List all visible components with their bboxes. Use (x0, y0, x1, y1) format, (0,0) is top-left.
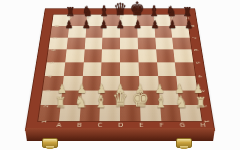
brass-clasp-left (42, 138, 58, 148)
square-d6[interactable] (102, 37, 120, 49)
brass-clasp-right (176, 138, 192, 148)
piece-white-knight[interactable]: ♞ (72, 94, 90, 110)
square-a4[interactable] (45, 62, 65, 76)
square-b4[interactable] (64, 62, 84, 76)
piece-black-pawn[interactable]: ♟ (79, 19, 94, 30)
piece-white-queen[interactable]: ♛ (112, 90, 130, 110)
square-b5[interactable] (65, 50, 84, 63)
square-b6[interactable] (66, 37, 85, 49)
chess-board: AABBCCDDEEFFGGHH1122334455667788♜♞♝♛♚♝♞♜… (26, 9, 214, 130)
square-c4[interactable] (82, 62, 101, 76)
square-a6[interactable] (49, 37, 68, 49)
square-f5[interactable] (138, 50, 157, 63)
square-c5[interactable] (83, 50, 102, 63)
piece-black-rook[interactable]: ♜ (180, 6, 195, 18)
piece-black-knight[interactable]: ♞ (80, 4, 95, 18)
piece-white-knight[interactable]: ♞ (172, 94, 190, 110)
piece-white-bishop[interactable]: ♝ (152, 93, 170, 110)
square-c6[interactable] (84, 37, 102, 49)
piece-black-bishop[interactable]: ♝ (96, 4, 111, 19)
square-e5[interactable] (120, 50, 138, 63)
square-h5[interactable] (174, 50, 194, 63)
piece-black-knight[interactable]: ♞ (163, 4, 178, 18)
square-g4[interactable] (157, 62, 177, 76)
square-h4[interactable] (175, 62, 195, 76)
square-a5[interactable] (47, 50, 67, 63)
piece-white-king[interactable]: ♚ (132, 88, 150, 110)
piece-black-queen[interactable]: ♛ (113, 1, 128, 18)
square-g5[interactable] (156, 50, 175, 63)
piece-black-pawn[interactable]: ♟ (96, 19, 111, 30)
square-e6[interactable] (120, 37, 138, 49)
square-g6[interactable] (155, 37, 174, 49)
square-f4[interactable] (138, 62, 157, 76)
square-h6[interactable] (172, 37, 191, 49)
piece-white-bishop[interactable]: ♝ (92, 93, 110, 110)
square-d4[interactable] (101, 62, 120, 76)
piece-black-pawn[interactable]: ♟ (164, 19, 179, 30)
piece-black-pawn[interactable]: ♟ (130, 19, 145, 30)
piece-black-pawn[interactable]: ♟ (113, 19, 128, 30)
piece-black-bishop[interactable]: ♝ (147, 4, 162, 19)
piece-black-pawn[interactable]: ♟ (62, 19, 77, 30)
piece-black-king[interactable]: ♚ (130, 0, 145, 18)
square-e4[interactable] (120, 62, 139, 76)
board-perspective-wrapper: AABBCCDDEEFFGGHH1122334455667788♜♞♝♛♚♝♞♜… (26, 0, 214, 130)
piece-black-pawn[interactable]: ♟ (147, 19, 162, 30)
piece-black-pawn[interactable]: ♟ (182, 19, 197, 30)
square-d5[interactable] (102, 50, 120, 63)
piece-white-rook[interactable]: ♜ (52, 96, 70, 110)
piece-black-rook[interactable]: ♜ (63, 6, 78, 18)
photo-background: AABBCCDDEEFFGGHH1122334455667788♜♞♝♛♚♝♞♜… (0, 0, 240, 150)
square-f6[interactable] (137, 37, 155, 49)
piece-white-rook[interactable]: ♜ (192, 96, 210, 110)
